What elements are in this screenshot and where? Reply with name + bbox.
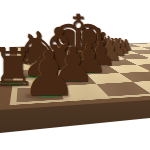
chess-set-product-photo: ♜♟♞♟♝♟♛♟♚♟♝♟♞♟♜♟	[0, 0, 150, 150]
pieces-layer: ♜♟♞♟♝♟♛♟♚♟♝♟♞♟♜♟	[0, 0, 150, 150]
piece-pawn: ♟	[18, 43, 80, 105]
